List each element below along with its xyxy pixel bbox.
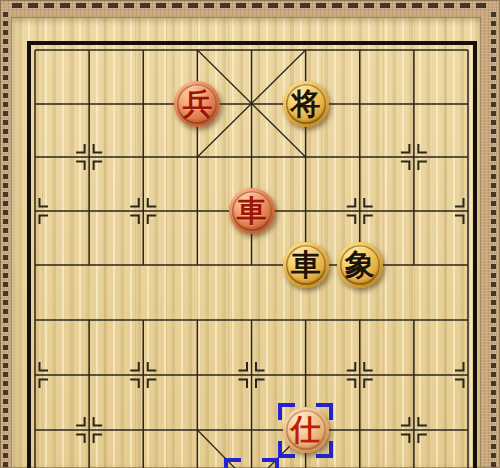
black-elephant-glyph: 象	[345, 243, 375, 287]
red-advisor[interactable]: 仕	[283, 407, 329, 453]
black-chariot-glyph: 車	[291, 243, 321, 287]
black-elephant[interactable]: 象	[337, 242, 383, 288]
black-general-glyph: 将	[291, 82, 321, 126]
red-chariot[interactable]: 車	[229, 188, 275, 234]
board-grid-lines	[0, 0, 500, 468]
move-origin-bracket	[224, 458, 279, 468]
red-advisor-glyph: 仕	[291, 408, 321, 452]
bracket-corner-tr	[262, 458, 279, 468]
xiangqi-game-screen: 兵将車車象仕	[0, 0, 500, 468]
red-chariot-glyph: 車	[237, 189, 267, 233]
bracket-corner-tl	[224, 458, 241, 468]
black-general[interactable]: 将	[283, 81, 329, 127]
red-soldier-glyph: 兵	[182, 82, 212, 126]
black-chariot[interactable]: 車	[283, 242, 329, 288]
